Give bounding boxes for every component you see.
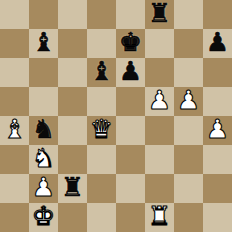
- square-b8[interactable]: [29, 0, 58, 29]
- piece-white-pawn[interactable]: ♟: [148, 86, 171, 115]
- square-e1[interactable]: [116, 203, 145, 232]
- square-c5[interactable]: [58, 87, 87, 116]
- piece-black-king[interactable]: ♚: [119, 28, 142, 57]
- square-c2[interactable]: ♜: [58, 174, 87, 203]
- square-f7[interactable]: [145, 29, 174, 58]
- square-h1[interactable]: [203, 203, 232, 232]
- square-c6[interactable]: [58, 58, 87, 87]
- square-a4[interactable]: ♝: [0, 116, 29, 145]
- square-h7[interactable]: ♟: [203, 29, 232, 58]
- square-e7[interactable]: ♚: [116, 29, 145, 58]
- square-g7[interactable]: [174, 29, 203, 58]
- square-a5[interactable]: [0, 87, 29, 116]
- piece-white-pawn[interactable]: ♟: [32, 173, 55, 202]
- square-d2[interactable]: [87, 174, 116, 203]
- piece-black-pawn[interactable]: ♟: [206, 28, 229, 57]
- square-c7[interactable]: [58, 29, 87, 58]
- square-d7[interactable]: [87, 29, 116, 58]
- square-a8[interactable]: [0, 0, 29, 29]
- piece-white-pawn[interactable]: ♟: [206, 115, 229, 144]
- square-b5[interactable]: [29, 87, 58, 116]
- square-b6[interactable]: [29, 58, 58, 87]
- square-b4[interactable]: ♞: [29, 116, 58, 145]
- square-d5[interactable]: [87, 87, 116, 116]
- square-f3[interactable]: [145, 145, 174, 174]
- square-f2[interactable]: [145, 174, 174, 203]
- square-h6[interactable]: [203, 58, 232, 87]
- piece-white-queen[interactable]: ♛: [90, 115, 113, 144]
- square-g8[interactable]: [174, 0, 203, 29]
- square-g1[interactable]: [174, 203, 203, 232]
- square-e4[interactable]: [116, 116, 145, 145]
- square-b1[interactable]: ♚: [29, 203, 58, 232]
- square-f4[interactable]: [145, 116, 174, 145]
- piece-black-bishop[interactable]: ♝: [32, 28, 55, 57]
- square-f8[interactable]: ♜: [145, 0, 174, 29]
- square-g4[interactable]: [174, 116, 203, 145]
- square-a2[interactable]: [0, 174, 29, 203]
- square-d3[interactable]: [87, 145, 116, 174]
- piece-white-rook[interactable]: ♜: [148, 202, 171, 231]
- square-d4[interactable]: ♛: [87, 116, 116, 145]
- piece-black-knight[interactable]: ♞: [32, 115, 55, 144]
- piece-white-bishop[interactable]: ♝: [3, 115, 26, 144]
- piece-black-bishop[interactable]: ♝: [90, 57, 113, 86]
- square-e8[interactable]: [116, 0, 145, 29]
- square-a3[interactable]: [0, 145, 29, 174]
- square-b7[interactable]: ♝: [29, 29, 58, 58]
- piece-black-rook[interactable]: ♜: [61, 173, 84, 202]
- piece-white-knight[interactable]: ♞: [32, 144, 55, 173]
- square-a7[interactable]: [0, 29, 29, 58]
- square-g3[interactable]: [174, 145, 203, 174]
- square-c1[interactable]: [58, 203, 87, 232]
- square-f5[interactable]: ♟: [145, 87, 174, 116]
- square-d6[interactable]: ♝: [87, 58, 116, 87]
- square-d1[interactable]: [87, 203, 116, 232]
- square-e3[interactable]: [116, 145, 145, 174]
- square-c3[interactable]: [58, 145, 87, 174]
- square-h3[interactable]: [203, 145, 232, 174]
- square-b3[interactable]: ♞: [29, 145, 58, 174]
- piece-white-king[interactable]: ♚: [32, 202, 55, 231]
- square-b2[interactable]: ♟: [29, 174, 58, 203]
- square-e2[interactable]: [116, 174, 145, 203]
- square-g6[interactable]: [174, 58, 203, 87]
- square-h8[interactable]: [203, 0, 232, 29]
- square-e6[interactable]: ♟: [116, 58, 145, 87]
- square-c4[interactable]: [58, 116, 87, 145]
- square-h4[interactable]: ♟: [203, 116, 232, 145]
- square-a6[interactable]: [0, 58, 29, 87]
- piece-white-pawn[interactable]: ♟: [177, 86, 200, 115]
- square-e5[interactable]: [116, 87, 145, 116]
- chess-board: ♜♝♚♟♝♟♟♟♝♞♛♟♞♟♜♚♜: [0, 0, 232, 232]
- square-h2[interactable]: [203, 174, 232, 203]
- square-f6[interactable]: [145, 58, 174, 87]
- square-g5[interactable]: ♟: [174, 87, 203, 116]
- square-g2[interactable]: [174, 174, 203, 203]
- square-f1[interactable]: ♜: [145, 203, 174, 232]
- square-a1[interactable]: [0, 203, 29, 232]
- square-h5[interactable]: [203, 87, 232, 116]
- square-c8[interactable]: [58, 0, 87, 29]
- piece-black-pawn[interactable]: ♟: [119, 57, 142, 86]
- square-d8[interactable]: [87, 0, 116, 29]
- piece-black-rook[interactable]: ♜: [148, 0, 171, 28]
